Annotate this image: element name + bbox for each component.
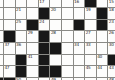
clue-number: 48	[109, 78, 114, 80]
cell-r6c6[interactable]	[62, 66, 74, 78]
cell-r7c9[interactable]	[97, 78, 109, 80]
crossword-screenshot: 1716152120191825242329282726373634333041…	[0, 0, 115, 80]
clue-number: 50	[16, 78, 21, 80]
cell-r1c1[interactable]	[4, 8, 16, 20]
clue-number: 19	[86, 8, 91, 13]
cell-r1c8[interactable]: 19	[85, 8, 97, 20]
clue-number: 21	[16, 8, 21, 13]
cell-r3c3[interactable]: 29	[27, 31, 39, 43]
clue-number: 16	[74, 0, 79, 5]
clue-number: 47	[5, 66, 10, 71]
clue-number: 15	[109, 0, 114, 5]
black-cell	[39, 55, 51, 67]
black-cell	[16, 55, 28, 67]
clue-number: 28	[51, 31, 56, 36]
black-cell	[97, 8, 109, 20]
crossword-grid: 1716152120191825242329282726373634333041…	[0, 0, 115, 80]
clue-number: 27	[86, 31, 91, 36]
cell-r2c2[interactable]: 25	[16, 20, 28, 32]
clue-number: 44	[97, 66, 102, 71]
cell-r4c2[interactable]: 36	[16, 43, 28, 55]
cell-r7c8[interactable]	[85, 78, 97, 80]
cell-r4c10[interactable]: 30	[108, 43, 115, 55]
cell-r4c6[interactable]	[62, 43, 74, 55]
cell-r4c1[interactable]: 37	[4, 43, 16, 55]
cell-r3c5[interactable]: 28	[50, 31, 62, 43]
black-cell	[4, 78, 16, 80]
cell-r7c4[interactable]	[39, 78, 51, 80]
cell-r6c3[interactable]	[27, 66, 39, 78]
cell-r7c7[interactable]	[74, 78, 86, 80]
cell-r6c1[interactable]: 47	[4, 66, 16, 78]
cell-r0c7[interactable]: 16	[74, 0, 86, 8]
black-cell	[39, 31, 51, 43]
cell-r1c5[interactable]: 20	[50, 8, 62, 20]
cell-r6c9[interactable]: 44	[97, 66, 109, 78]
cell-r3c6[interactable]	[62, 31, 74, 43]
clue-number: 40	[97, 55, 102, 60]
cell-r6c8[interactable]: 45	[85, 66, 97, 78]
black-cell	[74, 20, 86, 32]
clue-number: 43	[109, 66, 114, 71]
clue-number: 17	[39, 0, 44, 5]
clue-number: 41	[28, 55, 33, 60]
cell-r1c3[interactable]	[27, 8, 39, 20]
clue-number: 33	[86, 43, 91, 48]
cell-r7c10[interactable]: 48	[108, 78, 115, 80]
black-cell	[39, 66, 51, 78]
clue-number: 45	[86, 66, 91, 71]
clue-number: 20	[51, 8, 56, 13]
cell-r7c2[interactable]: 50	[16, 78, 28, 80]
cell-r0c1[interactable]	[4, 0, 16, 8]
cell-r1c7[interactable]	[74, 8, 86, 20]
clue-number: 24	[39, 20, 44, 25]
cell-r5c6[interactable]	[62, 55, 74, 67]
cell-r1c6[interactable]	[62, 8, 74, 20]
cell-r2c4[interactable]: 24	[39, 20, 51, 32]
cell-r2c1[interactable]	[4, 20, 16, 32]
cell-r2c6[interactable]	[62, 20, 74, 32]
clue-number: 26	[109, 31, 114, 36]
cell-r5c7[interactable]	[74, 55, 86, 67]
black-cell	[97, 20, 109, 32]
clue-number: 37	[5, 43, 10, 48]
cell-r5c3[interactable]: 41	[27, 55, 39, 67]
black-cell	[39, 43, 51, 55]
clue-number: 36	[16, 43, 21, 48]
clue-number: 34	[74, 43, 79, 48]
cell-r4c9[interactable]	[97, 43, 109, 55]
clue-number: 49	[51, 78, 56, 80]
cell-r4c8[interactable]: 33	[85, 43, 97, 55]
cell-r7c3[interactable]	[27, 78, 39, 80]
cell-r0c4[interactable]: 17	[39, 0, 51, 8]
clue-number: 23	[109, 20, 114, 25]
cell-r7c5[interactable]: 49	[50, 78, 62, 80]
cell-r0c9[interactable]	[97, 0, 109, 8]
cell-r6c7[interactable]	[74, 66, 86, 78]
cell-r4c3[interactable]	[27, 43, 39, 55]
clue-number: 18	[109, 8, 114, 13]
cell-r7c6[interactable]	[62, 78, 74, 80]
cell-r3c9[interactable]	[97, 31, 109, 43]
clue-number: 25	[16, 20, 21, 25]
cell-r0c6[interactable]	[62, 0, 74, 8]
clue-number: 29	[28, 31, 33, 36]
cell-r4c7[interactable]: 34	[74, 43, 86, 55]
black-cell	[50, 43, 62, 55]
cell-r5c5[interactable]	[50, 55, 62, 67]
cell-r0c3[interactable]	[27, 0, 39, 8]
clue-number: 30	[109, 43, 114, 48]
